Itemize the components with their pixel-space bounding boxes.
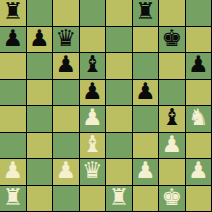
white-pawn: ♟ bbox=[135, 159, 156, 182]
square-f7[interactable] bbox=[133, 27, 159, 53]
square-e8[interactable] bbox=[106, 0, 132, 26]
square-a6[interactable] bbox=[0, 53, 26, 79]
square-d2[interactable]: ♛ bbox=[80, 159, 106, 185]
square-h4[interactable]: ♞ bbox=[186, 106, 212, 132]
square-d7[interactable] bbox=[80, 27, 106, 53]
square-b1[interactable] bbox=[27, 186, 53, 212]
chess-board: ♜♜♟♟♛♚♟♝♟♟♟♟♝♞♝♟♟♟♛♟♟♜♜♚ bbox=[0, 0, 211, 211]
square-f4[interactable] bbox=[133, 106, 159, 132]
black-pawn: ♟ bbox=[135, 80, 156, 103]
square-f1[interactable] bbox=[133, 186, 159, 212]
square-a5[interactable] bbox=[0, 80, 26, 106]
square-h6[interactable]: ♟ bbox=[186, 53, 212, 79]
white-pawn: ♟ bbox=[55, 159, 76, 182]
square-g5[interactable] bbox=[159, 80, 185, 106]
white-bishop: ♝ bbox=[82, 133, 103, 156]
square-b4[interactable] bbox=[27, 106, 53, 132]
black-pawn: ♟ bbox=[2, 27, 23, 50]
square-b8[interactable] bbox=[27, 0, 53, 26]
white-queen: ♛ bbox=[82, 159, 103, 182]
square-d1[interactable] bbox=[80, 186, 106, 212]
square-g8[interactable] bbox=[159, 0, 185, 26]
black-pawn: ♟ bbox=[188, 53, 209, 76]
square-c5[interactable] bbox=[53, 80, 79, 106]
square-c2[interactable]: ♟ bbox=[53, 159, 79, 185]
square-a2[interactable]: ♟ bbox=[0, 159, 26, 185]
white-knight: ♞ bbox=[188, 106, 209, 129]
square-g6[interactable] bbox=[159, 53, 185, 79]
square-g3[interactable]: ♟ bbox=[159, 133, 185, 159]
square-f6[interactable] bbox=[133, 53, 159, 79]
white-king: ♚ bbox=[161, 186, 182, 209]
black-pawn: ♟ bbox=[29, 27, 50, 50]
black-bishop: ♝ bbox=[161, 106, 182, 129]
square-c4[interactable] bbox=[53, 106, 79, 132]
square-f8[interactable]: ♜ bbox=[133, 0, 159, 26]
black-rook: ♜ bbox=[2, 0, 23, 23]
square-e1[interactable]: ♜ bbox=[106, 186, 132, 212]
black-queen: ♛ bbox=[55, 27, 76, 50]
white-pawn: ♟ bbox=[82, 106, 103, 129]
square-g1[interactable]: ♚ bbox=[159, 186, 185, 212]
chess-board-window: ♜♜♟♟♛♚♟♝♟♟♟♟♝♞♝♟♟♟♛♟♟♜♜♚ bbox=[0, 0, 211, 211]
square-c6[interactable]: ♟ bbox=[53, 53, 79, 79]
square-b6[interactable] bbox=[27, 53, 53, 79]
square-h7[interactable] bbox=[186, 27, 212, 53]
square-c1[interactable] bbox=[53, 186, 79, 212]
square-c3[interactable] bbox=[53, 133, 79, 159]
square-g2[interactable] bbox=[159, 159, 185, 185]
square-e7[interactable] bbox=[106, 27, 132, 53]
square-f5[interactable]: ♟ bbox=[133, 80, 159, 106]
square-f2[interactable]: ♟ bbox=[133, 159, 159, 185]
square-h3[interactable] bbox=[186, 133, 212, 159]
square-e4[interactable] bbox=[106, 106, 132, 132]
square-a3[interactable] bbox=[0, 133, 26, 159]
square-d6[interactable]: ♝ bbox=[80, 53, 106, 79]
square-e3[interactable] bbox=[106, 133, 132, 159]
square-d3[interactable]: ♝ bbox=[80, 133, 106, 159]
square-f3[interactable] bbox=[133, 133, 159, 159]
square-d8[interactable] bbox=[80, 0, 106, 26]
white-rook: ♜ bbox=[2, 186, 23, 209]
square-h2[interactable]: ♟ bbox=[186, 159, 212, 185]
square-h5[interactable] bbox=[186, 80, 212, 106]
square-h1[interactable] bbox=[186, 186, 212, 212]
black-pawn: ♟ bbox=[55, 53, 76, 76]
square-a4[interactable] bbox=[0, 106, 26, 132]
white-pawn: ♟ bbox=[2, 159, 23, 182]
black-pawn: ♟ bbox=[82, 80, 103, 103]
square-d5[interactable]: ♟ bbox=[80, 80, 106, 106]
white-rook: ♜ bbox=[108, 186, 129, 209]
square-c7[interactable]: ♛ bbox=[53, 27, 79, 53]
square-b7[interactable]: ♟ bbox=[27, 27, 53, 53]
square-d4[interactable]: ♟ bbox=[80, 106, 106, 132]
square-e5[interactable] bbox=[106, 80, 132, 106]
square-h8[interactable] bbox=[186, 0, 212, 26]
square-e6[interactable] bbox=[106, 53, 132, 79]
square-b5[interactable] bbox=[27, 80, 53, 106]
square-b3[interactable] bbox=[27, 133, 53, 159]
black-king: ♚ bbox=[161, 27, 182, 50]
black-rook: ♜ bbox=[135, 0, 156, 23]
square-a8[interactable]: ♜ bbox=[0, 0, 26, 26]
square-g4[interactable]: ♝ bbox=[159, 106, 185, 132]
square-g7[interactable]: ♚ bbox=[159, 27, 185, 53]
white-pawn: ♟ bbox=[188, 159, 209, 182]
square-a1[interactable]: ♜ bbox=[0, 186, 26, 212]
square-b2[interactable] bbox=[27, 159, 53, 185]
square-c8[interactable] bbox=[53, 0, 79, 26]
white-pawn: ♟ bbox=[161, 133, 182, 156]
square-a7[interactable]: ♟ bbox=[0, 27, 26, 53]
square-e2[interactable] bbox=[106, 159, 132, 185]
black-bishop: ♝ bbox=[82, 53, 103, 76]
